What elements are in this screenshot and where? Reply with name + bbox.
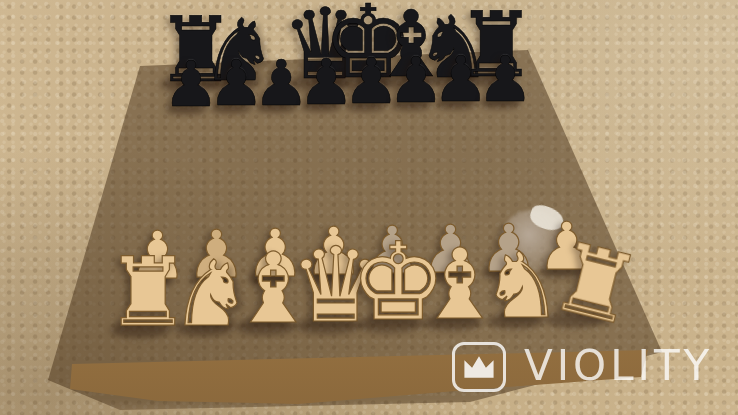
black-pawn-h7: ♟ <box>477 48 534 111</box>
chess-set-photo: 12345678ABCDEFGH ♜♞♛♚♝♞♜♟♟♟♟♟♟♟♟♟♟♟♟♟♟♟♟… <box>0 0 738 415</box>
pieces-layer: ♜♞♛♚♝♞♜♟♟♟♟♟♟♟♟♟♟♟♟♟♟♟♟♜♞♝♛♚♝♞♜ <box>0 0 738 415</box>
